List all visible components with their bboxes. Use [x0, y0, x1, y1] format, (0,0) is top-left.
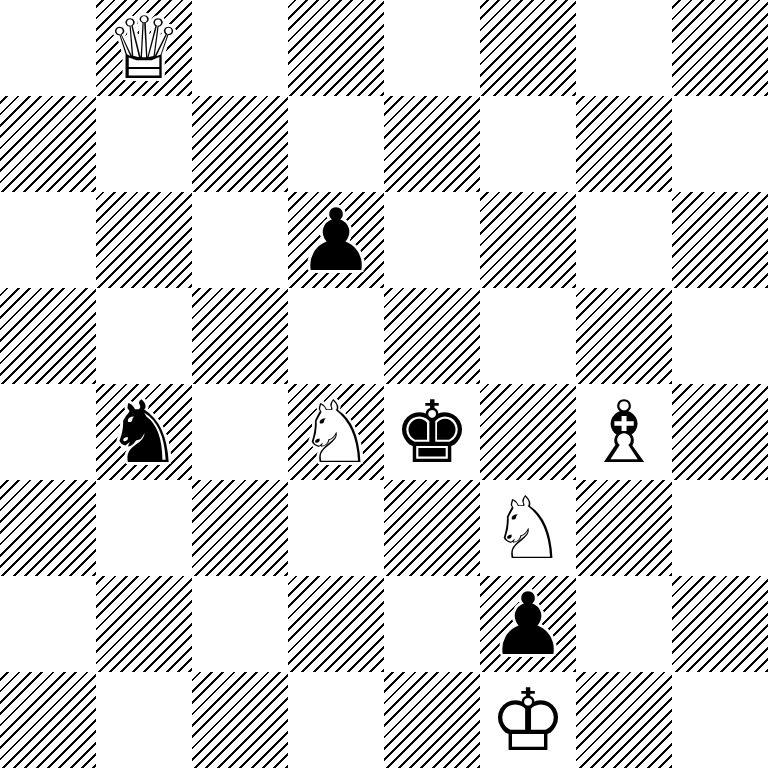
- black-pawn-icon: ♟: [297, 197, 374, 283]
- square-d1[interactable]: [288, 672, 384, 768]
- square-b6[interactable]: [96, 192, 192, 288]
- piece-white-queen[interactable]: ♛♕: [96, 0, 192, 96]
- square-d8[interactable]: [288, 0, 384, 96]
- square-a1[interactable]: [0, 672, 96, 768]
- square-h8[interactable]: [672, 0, 768, 96]
- square-g1[interactable]: [576, 672, 672, 768]
- piece-black-king[interactable]: ♚♚: [384, 384, 480, 480]
- square-c6[interactable]: [192, 192, 288, 288]
- square-e2[interactable]: [384, 576, 480, 672]
- square-b5[interactable]: [96, 288, 192, 384]
- square-b4[interactable]: ♞♞: [96, 384, 192, 480]
- square-h5[interactable]: [672, 288, 768, 384]
- square-c5[interactable]: [192, 288, 288, 384]
- square-a5[interactable]: [0, 288, 96, 384]
- square-g2[interactable]: [576, 576, 672, 672]
- piece-white-knight[interactable]: ♞♘: [480, 480, 576, 576]
- square-g7[interactable]: [576, 96, 672, 192]
- square-e7[interactable]: [384, 96, 480, 192]
- square-h7[interactable]: [672, 96, 768, 192]
- square-g6[interactable]: [576, 192, 672, 288]
- square-f2[interactable]: ♟♟: [480, 576, 576, 672]
- square-c2[interactable]: [192, 576, 288, 672]
- square-e3[interactable]: [384, 480, 480, 576]
- square-f6[interactable]: [480, 192, 576, 288]
- square-e6[interactable]: [384, 192, 480, 288]
- square-d5[interactable]: [288, 288, 384, 384]
- piece-black-knight[interactable]: ♞♞: [96, 384, 192, 480]
- square-c8[interactable]: [192, 0, 288, 96]
- square-a3[interactable]: [0, 480, 96, 576]
- black-knight-icon: ♞: [105, 389, 182, 475]
- square-g8[interactable]: [576, 0, 672, 96]
- piece-black-pawn[interactable]: ♟♟: [288, 192, 384, 288]
- square-a6[interactable]: [0, 192, 96, 288]
- square-f4[interactable]: [480, 384, 576, 480]
- square-g5[interactable]: [576, 288, 672, 384]
- black-king-icon: ♚: [393, 389, 470, 475]
- square-a2[interactable]: [0, 576, 96, 672]
- square-d7[interactable]: [288, 96, 384, 192]
- square-c3[interactable]: [192, 480, 288, 576]
- square-f5[interactable]: [480, 288, 576, 384]
- square-h3[interactable]: [672, 480, 768, 576]
- square-g3[interactable]: [576, 480, 672, 576]
- square-e4[interactable]: ♚♚: [384, 384, 480, 480]
- chess-board: ♛♕♟♟♞♞♞♘♚♚♝♗♞♘♟♟♚♔: [0, 0, 768, 768]
- square-f3[interactable]: ♞♘: [480, 480, 576, 576]
- square-d3[interactable]: [288, 480, 384, 576]
- square-h1[interactable]: [672, 672, 768, 768]
- square-c7[interactable]: [192, 96, 288, 192]
- white-knight-icon: ♘: [297, 389, 374, 475]
- piece-white-knight[interactable]: ♞♘: [288, 384, 384, 480]
- square-f1[interactable]: ♚♔: [480, 672, 576, 768]
- square-f7[interactable]: [480, 96, 576, 192]
- square-d2[interactable]: [288, 576, 384, 672]
- square-a7[interactable]: [0, 96, 96, 192]
- square-h4[interactable]: [672, 384, 768, 480]
- square-e8[interactable]: [384, 0, 480, 96]
- square-a8[interactable]: [0, 0, 96, 96]
- square-a4[interactable]: [0, 384, 96, 480]
- piece-black-pawn[interactable]: ♟♟: [480, 576, 576, 672]
- piece-white-bishop[interactable]: ♝♗: [576, 384, 672, 480]
- white-knight-icon: ♘: [489, 485, 566, 571]
- square-b7[interactable]: [96, 96, 192, 192]
- square-e5[interactable]: [384, 288, 480, 384]
- square-h6[interactable]: [672, 192, 768, 288]
- square-b2[interactable]: [96, 576, 192, 672]
- square-c1[interactable]: [192, 672, 288, 768]
- black-pawn-icon: ♟: [489, 581, 566, 667]
- square-g4[interactable]: ♝♗: [576, 384, 672, 480]
- square-d6[interactable]: ♟♟: [288, 192, 384, 288]
- square-c4[interactable]: [192, 384, 288, 480]
- square-e1[interactable]: [384, 672, 480, 768]
- square-b1[interactable]: [96, 672, 192, 768]
- square-b3[interactable]: [96, 480, 192, 576]
- square-d4[interactable]: ♞♘: [288, 384, 384, 480]
- square-f8[interactable]: [480, 0, 576, 96]
- square-b8[interactable]: ♛♕: [96, 0, 192, 96]
- white-bishop-icon: ♗: [585, 389, 662, 475]
- square-h2[interactable]: [672, 576, 768, 672]
- white-queen-icon: ♕: [105, 5, 182, 91]
- white-king-icon: ♔: [489, 677, 566, 763]
- piece-white-king[interactable]: ♚♔: [480, 672, 576, 768]
